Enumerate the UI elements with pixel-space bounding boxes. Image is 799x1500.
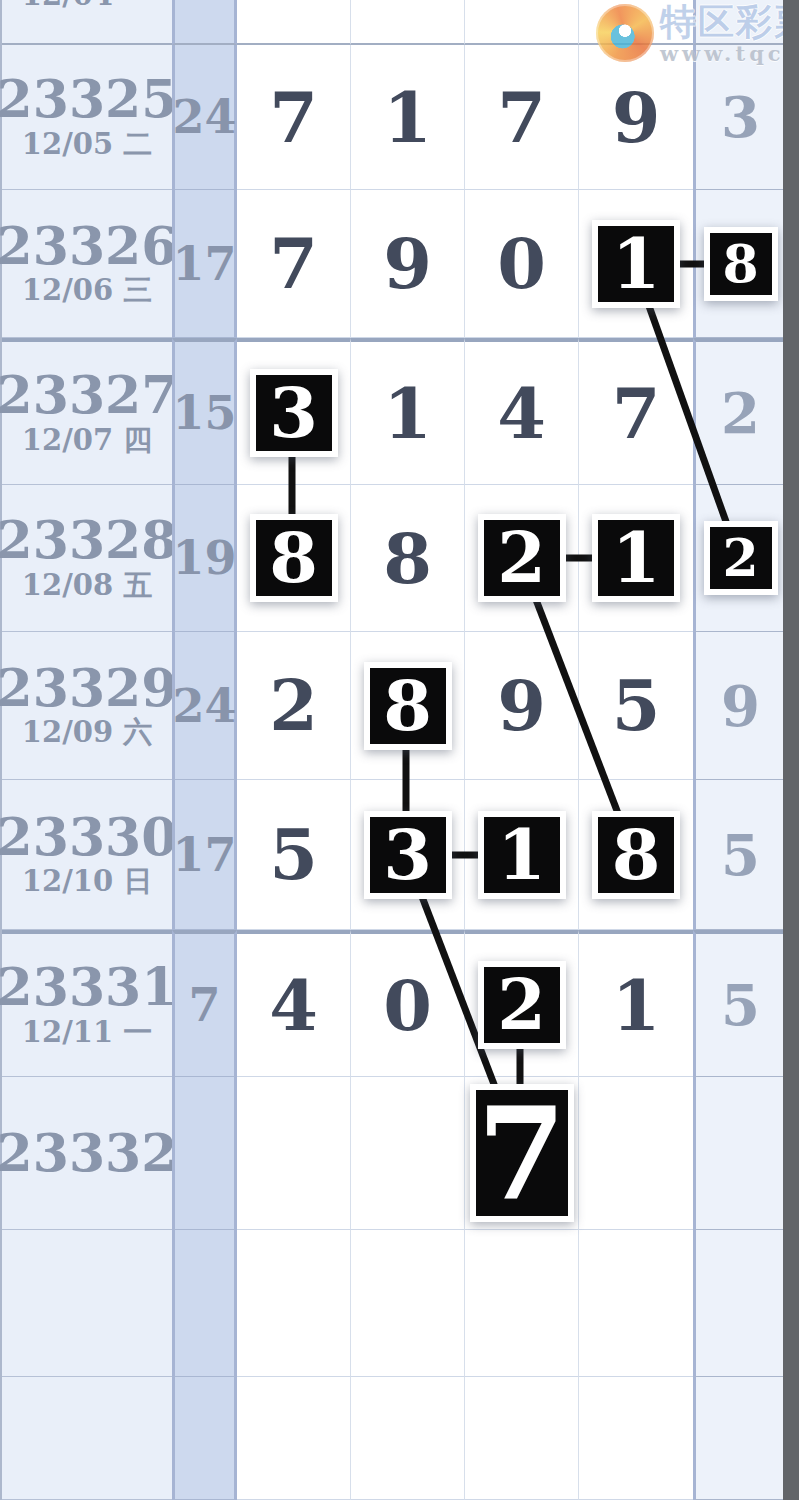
sum-cell: 17: [172, 190, 237, 338]
issue-cell-23327: 2332712/07 四: [2, 338, 172, 485]
digit-cell-col1: [237, 1230, 351, 1377]
draw-issue-number: 23328: [0, 513, 177, 568]
digit-cell-col2: 9: [351, 190, 465, 338]
digit-cell-col3: [465, 1230, 579, 1377]
digit-value: 0: [383, 964, 432, 1047]
digit-cell-col2: 1: [351, 338, 465, 485]
digit-value: 7: [269, 76, 318, 159]
last-column-cell: 2: [693, 338, 785, 485]
digit-value: 4: [269, 964, 318, 1047]
digit-value: 5: [612, 664, 661, 747]
digit-cell-col3: 4: [465, 338, 579, 485]
last-column-cell: 2: [693, 485, 785, 632]
digit-cell-col1: [237, 1077, 351, 1230]
highlighted-digit: 1: [592, 514, 680, 602]
digit-value: 9: [383, 222, 432, 305]
digit-value: 7: [612, 372, 661, 455]
digit-value: 5: [269, 813, 318, 896]
digit-cell-col3: 1: [465, 780, 579, 930]
digit-value: 7: [497, 76, 546, 159]
last-column-cell: 9: [693, 632, 785, 780]
swirl-logo-icon: [596, 4, 654, 62]
draw-issue-number: 23325: [0, 72, 177, 127]
draw-date: 12/11 一: [22, 1015, 152, 1050]
site-url: www.tqcp.net: [660, 41, 799, 66]
watermark-text: 特区彩票网 www.tqcp.net: [660, 4, 799, 66]
digit-cell-col1: 7: [237, 45, 351, 190]
digit-value: 2: [269, 664, 318, 747]
digit-cell-col1: 8: [237, 485, 351, 632]
trend-table: 12/04 一2332512/05 二24717932332612/06 三17…: [0, 0, 783, 1500]
digit-cell-col4: [579, 1077, 693, 1230]
draw-date: 12/05 二: [22, 127, 152, 162]
issue-cell-23329: 2332912/09 六: [2, 632, 172, 780]
issue-cell-23331: 2333112/11 一: [2, 930, 172, 1077]
draw-issue-number: 23332: [0, 1126, 177, 1181]
draw-date: 12/06 三: [22, 273, 152, 308]
draw-date: 12/09 六: [22, 715, 152, 750]
lottery-trend-chart: 12/04 一2332512/05 二24717932332612/06 三17…: [0, 0, 799, 1500]
draw-issue-number: 23331: [0, 960, 177, 1015]
issue-cell-23330: 2333012/10 日: [2, 780, 172, 930]
draw-issue-number: 23327: [0, 368, 177, 423]
draw-issue-number: 23329: [0, 661, 177, 716]
digit-cell-col3: 0: [465, 190, 579, 338]
highlighted-digit: 3: [250, 369, 338, 457]
site-name: 特区彩票网: [660, 4, 799, 40]
sum-cell: 24: [172, 632, 237, 780]
digit-cell-col2: 0: [351, 930, 465, 1077]
digit-cell-col4: 1: [579, 485, 693, 632]
digit-cell-col3: 9: [465, 632, 579, 780]
digit-cell-col2: 1: [351, 45, 465, 190]
last-column-cell: 8: [693, 190, 785, 338]
highlighted-digit: 2: [478, 961, 566, 1049]
last-column-cell: [693, 1230, 785, 1377]
draw-date: 12/10 日: [22, 864, 152, 899]
issue-cell-23326: 2332612/06 三: [2, 190, 172, 338]
highlighted-digit: 8: [704, 227, 778, 301]
digit-cell-col2: [351, 1230, 465, 1377]
sum-cell: 19: [172, 485, 237, 632]
sum-value: 15: [173, 386, 237, 440]
digit-cell-col2: 3: [351, 780, 465, 930]
digit-cell-col1: 2: [237, 632, 351, 780]
highlighted-digit: 8: [592, 811, 680, 899]
draw-issue-number: 23330: [0, 810, 177, 865]
highlighted-digit: 1: [592, 220, 680, 308]
sum-cell: 7: [172, 930, 237, 1077]
digit-value: 9: [497, 664, 546, 747]
last-column-cell: [693, 1377, 785, 1500]
digit-cell-col4: 8: [579, 780, 693, 930]
issue-cell: [2, 1230, 172, 1377]
draw-date: 12/07 四: [22, 423, 152, 458]
sum-cell: [172, 1230, 237, 1377]
digit-cell-col4: [579, 1377, 693, 1500]
digit-cell-col3: [465, 0, 579, 45]
digit-value: 1: [383, 76, 432, 159]
last-column-cell: [693, 1077, 785, 1230]
scrollbar-track[interactable]: [783, 0, 799, 1500]
highlighted-digit: 3: [364, 811, 452, 899]
digit-value: 4: [497, 372, 546, 455]
digit-cell-col2: [351, 1377, 465, 1500]
highlighted-digit: 8: [250, 514, 338, 602]
digit-cell-col4: 7: [579, 338, 693, 485]
issue-cell-23325: 2332512/05 二: [2, 45, 172, 190]
highlighted-digit: 1: [478, 811, 566, 899]
last-column-cell: 3: [693, 45, 785, 190]
digit-value: 8: [383, 517, 432, 600]
sum-cell: [172, 1077, 237, 1230]
sum-value: 24: [173, 90, 237, 144]
digit-cell-col2: [351, 0, 465, 45]
issue-cell-23328: 2332812/08 五: [2, 485, 172, 632]
digit-cell-col3: 7: [465, 45, 579, 190]
digit-cell-col3: [465, 1377, 579, 1500]
sum-value: 17: [173, 828, 237, 882]
digit-cell-col1: 5: [237, 780, 351, 930]
digit-cell-col2: 8: [351, 632, 465, 780]
highlighted-digit-big: 7: [470, 1084, 574, 1222]
digit-value: 1: [383, 372, 432, 455]
digit-cell-col2: 8: [351, 485, 465, 632]
sum-cell: 24: [172, 45, 237, 190]
digit-cell-col4: 5: [579, 632, 693, 780]
digit-cell-col1: [237, 1377, 351, 1500]
highlighted-digit: 2: [704, 521, 778, 595]
digit-cell-col4: 1: [579, 190, 693, 338]
sum-value: 17: [173, 237, 237, 291]
digit-cell-col2: [351, 1077, 465, 1230]
draw-date: 12/08 五: [22, 568, 152, 603]
digit-cell-col1: [237, 0, 351, 45]
digit-value: 0: [497, 222, 546, 305]
last-column-value: 5: [721, 822, 760, 888]
digit-cell-col1: 4: [237, 930, 351, 1077]
last-column-value: 9: [721, 673, 760, 739]
digit-value: 9: [612, 76, 661, 159]
sum-cell: [172, 1377, 237, 1500]
site-watermark: 特区彩票网 www.tqcp.net: [596, 4, 799, 66]
last-column-value: 5: [721, 972, 760, 1038]
digit-cell-col1: 7: [237, 190, 351, 338]
last-column-value: 3: [721, 84, 760, 150]
sum-value: 24: [173, 679, 237, 733]
issue-cell: 12/04 一: [2, 0, 172, 45]
highlighted-digit: 2: [478, 514, 566, 602]
last-column-cell: 5: [693, 780, 785, 930]
digit-cell-col3: 2: [465, 485, 579, 632]
digit-cell-col3: 2: [465, 930, 579, 1077]
draw-issue-number: 23326: [0, 219, 177, 274]
digit-value: 1: [612, 964, 661, 1047]
digit-cell-col4: [579, 1230, 693, 1377]
draw-date: 12/04 一: [22, 0, 152, 13]
last-column-cell: 5: [693, 930, 785, 1077]
digit-value: 7: [269, 222, 318, 305]
issue-cell-23332: 23332: [2, 1077, 172, 1230]
digit-cell-col1: 3: [237, 338, 351, 485]
highlighted-digit: 8: [364, 662, 452, 750]
sum-cell: [172, 0, 237, 45]
sum-value: 7: [188, 978, 220, 1032]
sum-value: 19: [173, 531, 237, 585]
last-column-value: 2: [721, 380, 760, 446]
issue-cell: [2, 1377, 172, 1500]
digit-cell-col4: 1: [579, 930, 693, 1077]
sum-cell: 15: [172, 338, 237, 485]
digit-cell-col4: 9: [579, 45, 693, 190]
digit-cell-col3: 7: [465, 1077, 579, 1230]
sum-cell: 17: [172, 780, 237, 930]
